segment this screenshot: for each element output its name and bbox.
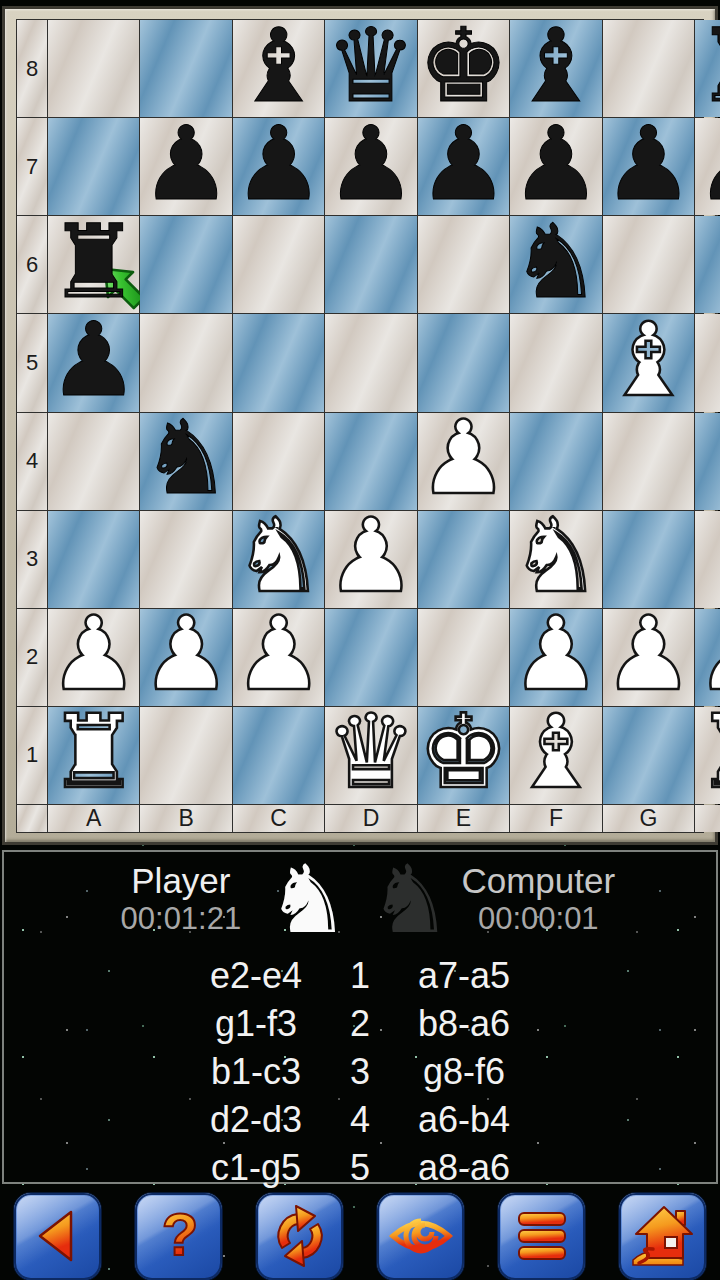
square-g6[interactable] [603,216,694,313]
question-mark-icon: ? [147,1204,211,1268]
back-button[interactable] [14,1193,101,1280]
piece-white-bishop[interactable]: ♝ [603,312,694,408]
square-c8[interactable]: ♝ [233,20,324,117]
square-f4[interactable] [510,413,601,510]
menu-bars-icon [510,1204,574,1268]
white-move: e2-e4 [181,955,331,997]
square-g5[interactable]: ♝ [603,314,694,411]
rank-label-1: 1 [17,707,47,804]
square-h3[interactable] [695,511,720,608]
piece-white-queen[interactable]: ♛ [325,704,416,800]
black-move: a8-a6 [389,1147,539,1189]
menu-button[interactable] [498,1193,585,1280]
square-c1[interactable] [233,707,324,804]
square-h5[interactable] [695,314,720,411]
square-d5[interactable] [325,314,416,411]
square-b7[interactable]: ♟ [140,118,231,215]
piece-white-rook[interactable]: ♜ [48,704,139,800]
piece-black-pawn[interactable]: ♟ [510,116,601,212]
square-e1[interactable]: ♚ [418,707,509,804]
piece-black-king[interactable]: ♚ [418,18,509,114]
file-label-g: G [603,805,694,832]
svg-text:?: ? [161,1204,198,1268]
game-info-panel: Player 00:01:21 ♞ ♞ Computer 00:00:01 e2… [2,850,718,1184]
piece-black-pawn[interactable]: ♟ [325,116,416,212]
square-a4[interactable] [48,413,139,510]
piece-white-pawn[interactable]: ♟ [140,606,231,702]
piece-black-pawn[interactable]: ♟ [140,116,231,212]
piece-black-pawn[interactable]: ♟ [695,116,720,212]
square-g2[interactable]: ♟ [603,609,694,706]
black-move: g8-f6 [389,1051,539,1093]
white-move: c1-g5 [181,1147,331,1189]
move-number: 1 [331,955,389,997]
show-button[interactable] [377,1193,464,1280]
white-move: d2-d3 [181,1099,331,1141]
move-number: 5 [331,1147,389,1189]
piece-black-pawn[interactable]: ♟ [603,116,694,212]
square-b2[interactable]: ♟ [140,609,231,706]
piece-black-pawn[interactable]: ♟ [233,116,324,212]
file-label-d: D [325,805,416,832]
file-label-a: A [48,805,139,832]
square-b5[interactable] [140,314,231,411]
piece-white-pawn[interactable]: ♟ [695,606,720,702]
square-f1[interactable]: ♝ [510,707,601,804]
piece-black-bishop[interactable]: ♝ [233,18,324,114]
square-d3[interactable]: ♟ [325,511,416,608]
flip-button[interactable] [256,1193,343,1280]
square-g7[interactable]: ♟ [603,118,694,215]
piece-white-bishop[interactable]: ♝ [510,704,601,800]
move-number: 2 [331,1003,389,1045]
file-label-f: F [510,805,601,832]
square-g8[interactable] [603,20,694,117]
square-h1[interactable]: ♜ [695,707,720,804]
rotate-arrows-icon [268,1204,332,1268]
white-player-clock: 00:01:21 [105,901,257,937]
square-f5[interactable] [510,314,601,411]
square-h4[interactable] [695,413,720,510]
black-move: b8-a6 [389,1003,539,1045]
piece-white-pawn[interactable]: ♟ [233,606,324,702]
square-b1[interactable] [140,707,231,804]
square-d1[interactable]: ♛ [325,707,416,804]
back-arrow-icon [26,1204,90,1268]
black-move: a7-a5 [389,955,539,997]
square-a3[interactable] [48,511,139,608]
square-h8[interactable]: ♜ [695,20,720,117]
move-row-2: g1-f32b8-a6 [4,1000,716,1048]
move-row-1: e2-e41a7-a5 [4,952,716,1000]
piece-white-king[interactable]: ♚ [418,704,509,800]
rank-label-4: 4 [17,413,47,510]
square-d4[interactable] [325,413,416,510]
square-a8[interactable] [48,20,139,117]
piece-black-rook[interactable]: ♜ [48,214,139,310]
home-button[interactable] [619,1193,706,1280]
square-a5[interactable]: ♟ [48,314,139,411]
square-e3[interactable] [418,511,509,608]
square-d2[interactable] [325,609,416,706]
help-button[interactable]: ? [135,1193,222,1280]
square-f2[interactable]: ♟ [510,609,601,706]
piece-black-bishop[interactable]: ♝ [510,18,601,114]
piece-white-rook[interactable]: ♜ [695,704,720,800]
piece-white-pawn[interactable]: ♟ [510,606,601,702]
move-row-4: d2-d34a6-b4 [4,1096,716,1144]
square-c7[interactable]: ♟ [233,118,324,215]
piece-white-pawn[interactable]: ♟ [48,606,139,702]
black-move: a6-b4 [389,1099,539,1141]
square-e4[interactable]: ♟ [418,413,509,510]
black-knight-icon: ♞ [368,857,452,943]
white-move: b1-c3 [181,1051,331,1093]
piece-black-queen[interactable]: ♛ [325,18,416,114]
square-f6[interactable]: ♞ [510,216,601,313]
rank-label-3: 3 [17,511,47,608]
black-player-clock: 00:00:01 [461,901,615,937]
white-move: g1-f3 [181,1003,331,1045]
square-e7[interactable]: ♟ [418,118,509,215]
move-list[interactable]: e2-e41a7-a5g1-f32b8-a6b1-c33g8-f6d2-d34a… [4,952,716,1192]
board-grid: 8♝♛♚♝♜7♟♟♟♟♟♟♟6♜♞5♟♝4♞♟3♞♟♞2♟♟♟♟♟♟1♜♛♚♝♜… [16,19,704,833]
file-label-c: C [233,805,324,832]
rank-label-8: 8 [17,20,47,117]
piece-black-rook[interactable]: ♜ [695,18,720,114]
rank-label-5: 5 [17,314,47,411]
piece-black-pawn[interactable]: ♟ [418,116,509,212]
square-g3[interactable] [603,511,694,608]
eye-icon [389,1204,453,1268]
square-b8[interactable] [140,20,231,117]
piece-white-knight[interactable]: ♞ [233,508,324,604]
square-e6[interactable] [418,216,509,313]
board-frame: 8♝♛♚♝♜7♟♟♟♟♟♟♟6♜♞5♟♝4♞♟3♞♟♞2♟♟♟♟♟♟1♜♛♚♝♜… [2,6,718,845]
square-b3[interactable] [140,511,231,608]
square-a1[interactable]: ♜ [48,707,139,804]
white-player-block: Player 00:01:21 [105,861,257,937]
square-d7[interactable]: ♟ [325,118,416,215]
square-c2[interactable]: ♟ [233,609,324,706]
square-h6[interactable] [695,216,720,313]
black-player-block: Computer 00:00:01 [461,861,615,937]
rank-label-6: 6 [17,216,47,313]
file-label-e: E [418,805,509,832]
square-f3[interactable]: ♞ [510,511,601,608]
square-e2[interactable] [418,609,509,706]
piece-white-pawn[interactable]: ♟ [325,508,416,604]
square-f7[interactable]: ♟ [510,118,601,215]
home-icon [631,1204,695,1268]
square-d8[interactable]: ♛ [325,20,416,117]
square-c5[interactable] [233,314,324,411]
square-e5[interactable] [418,314,509,411]
square-a6[interactable]: ♜ [48,216,139,313]
square-c6[interactable] [233,216,324,313]
piece-white-pawn[interactable]: ♟ [418,410,509,506]
file-label-b: B [140,805,231,832]
white-player-name: Player [105,861,257,901]
piece-white-pawn[interactable]: ♟ [603,606,694,702]
rank-label-7: 7 [17,118,47,215]
square-b6[interactable] [140,216,231,313]
move-number: 3 [331,1051,389,1093]
rank-label-2: 2 [17,609,47,706]
move-row-3: b1-c33g8-f6 [4,1048,716,1096]
square-h2[interactable]: ♟ [695,609,720,706]
file-label-h: H [695,805,720,832]
piece-black-knight[interactable]: ♞ [510,214,601,310]
square-h7[interactable]: ♟ [695,118,720,215]
square-b4[interactable]: ♞ [140,413,231,510]
square-c3[interactable]: ♞ [233,511,324,608]
square-a7[interactable] [48,118,139,215]
move-row-5: c1-g55a8-a6 [4,1144,716,1192]
black-player-name: Computer [461,861,615,901]
square-g4[interactable] [603,413,694,510]
square-g1[interactable] [603,707,694,804]
square-a2[interactable]: ♟ [48,609,139,706]
piece-black-pawn[interactable]: ♟ [48,312,139,408]
players-header: Player 00:01:21 ♞ ♞ Computer 00:00:01 [4,857,716,943]
toolbar: ? [0,1192,720,1280]
move-number: 4 [331,1099,389,1141]
label-corner [17,805,47,832]
piece-white-knight[interactable]: ♞ [510,508,601,604]
square-c4[interactable] [233,413,324,510]
square-f8[interactable]: ♝ [510,20,601,117]
square-e8[interactable]: ♚ [418,20,509,117]
white-knight-icon: ♞ [266,857,350,943]
square-d6[interactable] [325,216,416,313]
piece-black-knight[interactable]: ♞ [140,410,231,506]
